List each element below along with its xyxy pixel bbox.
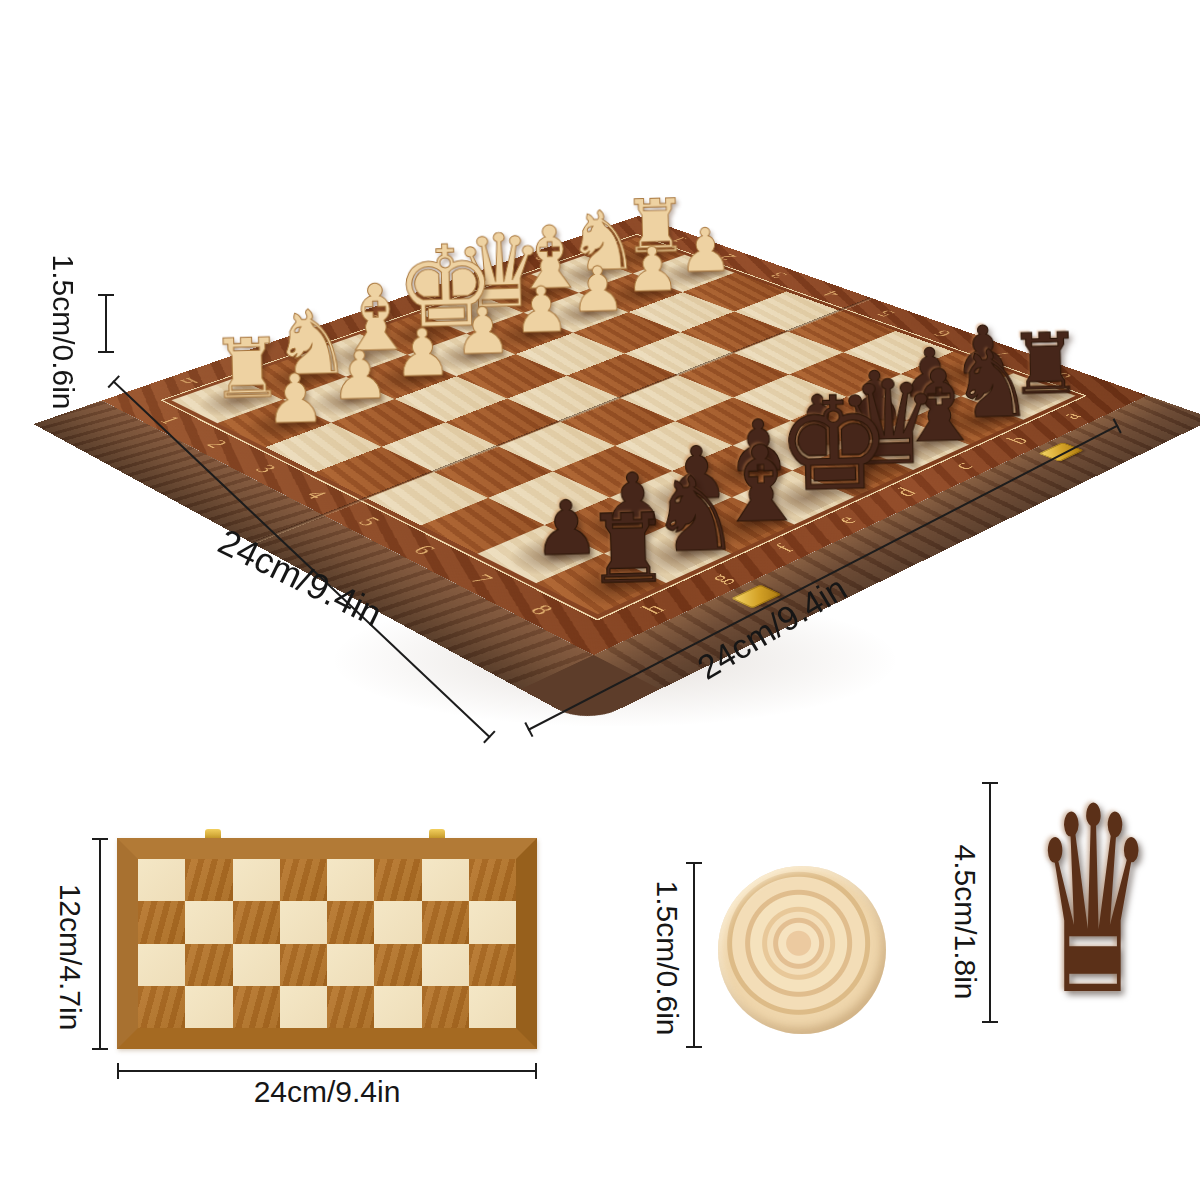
queen-glyph: ♛ xyxy=(1033,773,1111,1031)
dimension-line xyxy=(989,782,991,1023)
folded-board-square xyxy=(233,901,280,943)
product-image: ♜♞♝♚♛♝♞♜♟♟♟♟♟♟♟♟♟♟♟♟♟♟♟♟♜♞♝♚♛♝♞♜ 1122334… xyxy=(0,0,1200,1200)
open-chessboard-3d: ♜♞♝♚♛♝♞♜♟♟♟♟♟♟♟♟♟♟♟♟♟♟♟♟♜♞♝♚♛♝♞♜ 1122334… xyxy=(102,216,1147,655)
folded-board-square xyxy=(469,986,516,1028)
folded-board-square xyxy=(327,901,374,943)
dimension-label: 4.5cm/1.8in xyxy=(948,844,982,999)
folded-board-square xyxy=(185,901,232,943)
dimension-line xyxy=(99,838,101,1050)
folded-board-square xyxy=(422,986,469,1028)
folded-board-square xyxy=(422,901,469,943)
queen-piece-photo: ♛ xyxy=(997,773,1147,1033)
folded-board-square xyxy=(374,944,421,986)
dimension-label: 24cm/9.4in xyxy=(254,1075,401,1109)
folded-board-square xyxy=(469,901,516,943)
folded-board-square xyxy=(185,986,232,1028)
board-frame: ♜♞♝♚♛♝♞♜♟♟♟♟♟♟♟♟♟♟♟♟♟♟♟♟♜♞♝♚♛♝♞♜ 1122334… xyxy=(102,216,1147,655)
dimension-label: 1.5cm/0.6in xyxy=(650,880,684,1035)
folded-board-square xyxy=(422,944,469,986)
folded-board-frame xyxy=(117,838,537,1049)
folded-board-square xyxy=(422,859,469,901)
folded-board-square xyxy=(469,944,516,986)
folded-board-square xyxy=(185,859,232,901)
folded-board-square xyxy=(280,859,327,901)
folded-chessboard xyxy=(117,838,537,1049)
folded-board-square xyxy=(327,986,374,1028)
folded-board-square xyxy=(185,944,232,986)
folded-board-square xyxy=(233,859,280,901)
folded-board-square xyxy=(233,986,280,1028)
folded-board-square xyxy=(138,901,185,943)
dimension-line xyxy=(117,1070,537,1072)
folded-board-square xyxy=(469,859,516,901)
folded-board-square xyxy=(280,944,327,986)
folded-board-square xyxy=(280,986,327,1028)
chess-piece-white-pawn: ♟ xyxy=(253,365,336,435)
dimension-line xyxy=(105,294,107,353)
folded-board-square xyxy=(138,986,185,1028)
folded-board-squares xyxy=(138,859,516,1028)
dimension-label: 1.5cm/0.6in xyxy=(46,254,80,409)
folded-board-square xyxy=(374,901,421,943)
checker-piece xyxy=(718,866,886,1034)
folded-board-square xyxy=(138,944,185,986)
folded-board-square xyxy=(327,944,374,986)
dimension-line xyxy=(693,862,695,1048)
folded-board-square xyxy=(327,859,374,901)
folded-board-square xyxy=(233,944,280,986)
folded-board-square xyxy=(138,859,185,901)
dimension-label: 12cm/4.7in xyxy=(53,884,87,1031)
folded-board-square xyxy=(280,901,327,943)
folded-board-square xyxy=(374,859,421,901)
chess-piece-black-rook: ♜ xyxy=(580,501,675,598)
folded-board-square xyxy=(374,986,421,1028)
